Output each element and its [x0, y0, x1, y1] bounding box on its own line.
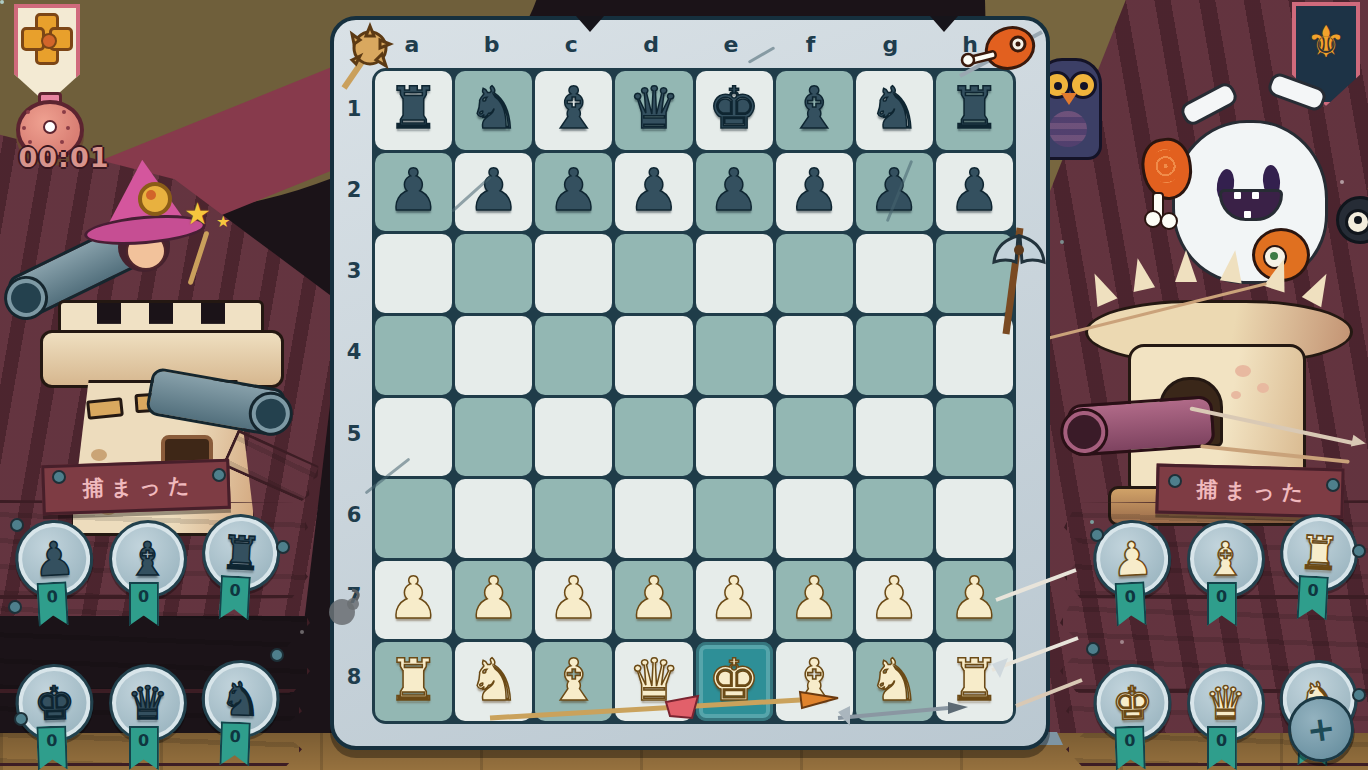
game-timer: 00:01	[4, 142, 124, 173]
piece-black-rook[interactable]: ♜	[388, 79, 440, 137]
square-f2[interactable]: ♟	[776, 153, 853, 232]
captured-slot-white-king: ♚0	[1092, 663, 1172, 770]
piece-black-bishop[interactable]: ♝	[548, 79, 600, 137]
square-d7[interactable]: ♟	[615, 561, 692, 640]
piece-white-pawn[interactable]: ♟	[468, 569, 520, 627]
captured-title-right: 捕まった	[1189, 475, 1310, 506]
rank-label-5: 5	[338, 393, 370, 474]
square-d1[interactable]: ♛	[615, 71, 692, 150]
square-e5[interactable]	[696, 398, 773, 477]
tower-spike	[1175, 250, 1197, 282]
piece-black-king[interactable]: ♚	[708, 79, 760, 137]
game-screen: 00:01 ⚜ ★ ★	[0, 0, 1368, 770]
square-g3[interactable]	[856, 234, 933, 313]
square-e3[interactable]	[696, 234, 773, 313]
square-g1[interactable]: ♞	[856, 71, 933, 150]
square-b6[interactable]	[455, 479, 532, 558]
captured-piece-black-knight: ♞	[220, 675, 263, 722]
piece-black-knight[interactable]: ♞	[868, 79, 920, 137]
chess-board: ♜♞♝♛♚♝♞♜♟♟♟♟♟♟♟♟♟♟♟♟♟♟♟♟♜♞♝♛♚♝♞♜	[372, 68, 1016, 724]
chess-board-frame: abcdefgh 12345678 ♜♞♝♛♚♝♞♜♟♟♟♟♟♟♟♟♟♟♟♟♟♟…	[330, 16, 1050, 750]
square-h2[interactable]: ♟	[936, 153, 1013, 232]
square-a8[interactable]: ♜	[375, 642, 452, 721]
file-label-b: b	[452, 32, 532, 64]
captured-title-left: 捕まった	[75, 471, 196, 503]
file-label-e: e	[691, 32, 771, 64]
piece-black-pawn[interactable]: ♟	[628, 161, 680, 219]
piece-black-rook[interactable]: ♜	[948, 79, 1000, 137]
captured-piece-white-king: ♚	[1111, 679, 1154, 726]
arrow-head	[1351, 435, 1367, 450]
witch-goggle-icon	[138, 182, 172, 216]
captured-count-badge: 0	[219, 575, 251, 621]
square-f3[interactable]	[776, 234, 853, 313]
rank-label-3: 3	[338, 231, 370, 312]
square-c1[interactable]: ♝	[535, 71, 612, 150]
square-e4[interactable]	[696, 316, 773, 395]
captured-slot-black-bishop: ♝0	[109, 520, 185, 628]
square-h6[interactable]	[936, 479, 1013, 558]
wand-star-small-icon: ★	[216, 212, 230, 231]
captured-count-badge: 0	[36, 726, 68, 770]
square-g2[interactable]: ♟	[856, 153, 933, 232]
captured-count-badge: 0	[1207, 726, 1237, 770]
captured-piece-black-bishop: ♝	[127, 536, 168, 582]
piece-black-pawn[interactable]: ♟	[948, 161, 1000, 219]
file-label-g: g	[851, 32, 931, 64]
drumstick-bone-knob	[1160, 212, 1178, 230]
stuck-arrows-icons	[986, 560, 1086, 710]
captured-piece-white-bishop: ♝	[1205, 536, 1246, 582]
captured-piece-white-queen: ♛	[1205, 680, 1246, 726]
captured-slot-white-queen: ♛0	[1187, 664, 1263, 770]
captured-slot-black-pawn: ♟0	[13, 518, 95, 630]
square-b4[interactable]	[455, 316, 532, 395]
square-c4[interactable]	[535, 316, 612, 395]
piece-white-pawn[interactable]: ♟	[548, 569, 600, 627]
square-g5[interactable]	[856, 398, 933, 477]
wand-star-icon: ★	[184, 196, 211, 231]
captured-count-badge: 0	[129, 582, 159, 626]
captured-count-badge: 0	[1207, 582, 1237, 626]
captured-count-badge: 0	[1114, 726, 1146, 770]
rank-label-4: 4	[338, 312, 370, 393]
square-c5[interactable]	[535, 398, 612, 477]
captured-piece-black-queen: ♛	[127, 680, 168, 726]
square-b2[interactable]: ♟	[455, 153, 532, 232]
drumstick-icon	[952, 18, 1048, 84]
square-a2[interactable]: ♟	[375, 153, 452, 232]
square-h5[interactable]	[936, 398, 1013, 477]
square-a7[interactable]: ♟	[375, 561, 452, 640]
square-g4[interactable]	[856, 316, 933, 395]
piece-black-pawn[interactable]: ♟	[788, 161, 840, 219]
square-c3[interactable]	[535, 234, 612, 313]
rank-label-2: 2	[338, 149, 370, 230]
tower-spike	[1220, 249, 1246, 284]
file-labels: abcdefgh	[372, 32, 1010, 64]
piece-black-pawn[interactable]: ♟	[548, 161, 600, 219]
square-d3[interactable]	[615, 234, 692, 313]
captured-count-badge: 0	[36, 581, 68, 627]
square-d4[interactable]	[615, 316, 692, 395]
square-e2[interactable]: ♟	[696, 153, 773, 232]
captured-piece-black-king: ♚	[33, 679, 76, 726]
captured-piece-white-pawn: ♟	[1110, 535, 1154, 583]
square-b5[interactable]	[455, 398, 532, 477]
square-a6[interactable]	[375, 479, 452, 558]
captured-count-badge: 0	[220, 721, 252, 766]
frame-notch	[576, 16, 604, 32]
captured-slot-white-rook: ♜0	[1277, 512, 1359, 624]
piece-white-pawn[interactable]: ♟	[388, 569, 440, 627]
piece-black-pawn[interactable]: ♟	[708, 161, 760, 219]
piece-white-rook[interactable]: ♜	[388, 651, 440, 709]
square-e6[interactable]	[696, 479, 773, 558]
captured-count-badge: 0	[129, 726, 159, 770]
sparkle-dots	[0, 0, 4, 4]
square-f7[interactable]: ♟	[776, 561, 853, 640]
captured-count-badge: 0	[1114, 581, 1146, 627]
captured-piece-black-pawn: ♟	[32, 535, 76, 583]
piece-black-knight[interactable]: ♞	[468, 79, 520, 137]
piece-black-bishop[interactable]: ♝	[788, 79, 840, 137]
square-f4[interactable]	[776, 316, 853, 395]
rank-label-6: 6	[338, 474, 370, 555]
square-e1[interactable]: ♚	[696, 71, 773, 150]
file-label-d: d	[611, 32, 691, 64]
captured-slot-white-bishop: ♝0	[1187, 520, 1263, 628]
piece-black-pawn[interactable]: ♟	[388, 161, 440, 219]
square-a4[interactable]	[375, 316, 452, 395]
captured-slot-black-rook: ♜0	[199, 512, 281, 624]
mace-icon	[332, 22, 394, 92]
piece-black-pawn[interactable]: ♟	[868, 161, 920, 219]
square-f1[interactable]: ♝	[776, 71, 853, 150]
file-label-f: f	[771, 32, 851, 64]
cannon-right	[1066, 395, 1215, 457]
captured-slots-left: ♟0♝0♜0♚0♛0♞0	[16, 520, 284, 770]
square-b1[interactable]: ♞	[455, 71, 532, 150]
square-c2[interactable]: ♟	[535, 153, 612, 232]
square-c7[interactable]: ♟	[535, 561, 612, 640]
square-b3[interactable]	[455, 234, 532, 313]
piece-white-pawn[interactable]: ♟	[628, 569, 680, 627]
small-bomb-icon	[322, 586, 366, 630]
rank-label-8: 8	[338, 637, 370, 718]
captured-slot-black-knight: ♞0	[200, 659, 280, 770]
captured-banner-left: 捕まった	[41, 459, 231, 516]
piece-white-pawn[interactable]: ♟	[868, 569, 920, 627]
captured-slot-black-queen: ♛0	[109, 664, 185, 770]
square-f6[interactable]	[776, 479, 853, 558]
square-d2[interactable]: ♟	[615, 153, 692, 232]
piece-black-queen[interactable]: ♛	[628, 79, 680, 137]
spear-and-arrow-icons	[470, 682, 970, 734]
piece-white-pawn[interactable]: ♟	[708, 569, 760, 627]
captured-banner-right: 捕まった	[1155, 464, 1344, 519]
captured-piece-white-rook: ♜	[1298, 529, 1342, 577]
square-f5[interactable]	[776, 398, 853, 477]
square-b7[interactable]: ♟	[455, 561, 532, 640]
square-d6[interactable]	[615, 479, 692, 558]
square-d5[interactable]	[615, 398, 692, 477]
square-c6[interactable]	[535, 479, 612, 558]
piece-white-pawn[interactable]: ♟	[788, 569, 840, 627]
square-g7[interactable]: ♟	[856, 561, 933, 640]
square-g6[interactable]	[856, 479, 933, 558]
axe-icon	[990, 222, 1046, 338]
square-e7[interactable]: ♟	[696, 561, 773, 640]
captured-piece-black-rook: ♜	[220, 529, 264, 577]
square-a5[interactable]	[375, 398, 452, 477]
square-a3[interactable]	[375, 234, 452, 313]
captured-count-badge: 0	[1297, 575, 1329, 621]
file-label-c: c	[532, 32, 612, 64]
